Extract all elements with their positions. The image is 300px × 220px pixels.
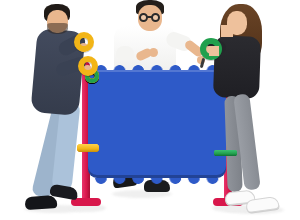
scene-giant-connect-four <box>0 0 300 220</box>
left-player-shoe <box>25 195 58 210</box>
right-player-hand <box>209 46 219 56</box>
spare-green-disc <box>214 150 237 156</box>
glasses-icon <box>151 13 160 22</box>
board-bottom-scallop-edge <box>92 178 222 185</box>
middle-player-fist <box>149 48 158 57</box>
board-grid <box>92 76 222 172</box>
held-yellow-disc <box>74 32 94 52</box>
middle-player-sleeve <box>116 46 134 62</box>
spare-yellow-disc <box>77 144 99 152</box>
glasses-bridge <box>147 16 152 18</box>
left-player-beard <box>47 23 68 34</box>
held-yellow-disc <box>78 56 98 76</box>
right-player-hand-at-face <box>221 25 233 37</box>
